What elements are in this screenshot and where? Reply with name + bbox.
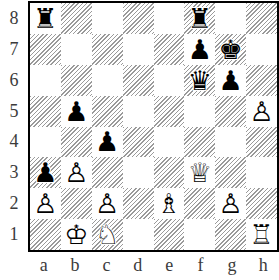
square-h8[interactable]	[246, 3, 277, 34]
square-c1[interactable]: ♞♘	[92, 219, 123, 250]
white-piece-outline-glyph: ♘	[92, 219, 123, 250]
square-e5[interactable]	[154, 96, 185, 127]
square-h7[interactable]	[246, 34, 277, 65]
white-piece-outline-glyph: ♖	[246, 219, 277, 250]
black-pawn-g6[interactable]: ♟	[215, 65, 246, 96]
square-e1[interactable]	[154, 219, 185, 250]
white-piece-outline-glyph: ♗	[154, 188, 185, 219]
square-e8[interactable]	[154, 3, 185, 34]
square-f2[interactable]	[184, 188, 215, 219]
square-a1[interactable]	[30, 219, 61, 250]
chess-diagram: 87654321 ♜♜♟♚♛♟♟♟♙♟♟♟♙♛♕♟♙♟♙♝♗♟♙♚♔♞♘♜♖ a…	[0, 0, 279, 280]
square-e3[interactable]	[154, 157, 185, 188]
rank-label-7: 7	[0, 34, 28, 65]
rank-label-3: 3	[0, 157, 28, 188]
white-piece-outline-glyph: ♙	[92, 188, 123, 219]
black-rook-f8[interactable]: ♜	[184, 3, 215, 34]
white-pawn-c2[interactable]: ♟♙	[92, 188, 123, 219]
square-e6[interactable]	[154, 65, 185, 96]
white-piece-outline-glyph: ♙	[61, 157, 92, 188]
square-d1[interactable]	[123, 219, 154, 250]
square-f7[interactable]: ♟	[184, 34, 215, 65]
square-d2[interactable]	[123, 188, 154, 219]
square-h5[interactable]: ♟♙	[246, 96, 277, 127]
white-pawn-b3[interactable]: ♟♙	[61, 157, 92, 188]
square-a4[interactable]	[30, 127, 61, 158]
square-a5[interactable]	[30, 96, 61, 127]
white-piece-outline-glyph: ♙	[215, 188, 246, 219]
square-g2[interactable]: ♟♙	[215, 188, 246, 219]
square-d6[interactable]	[123, 65, 154, 96]
white-king-b1[interactable]: ♚♔	[61, 219, 92, 250]
chess-board: ♜♜♟♚♛♟♟♟♙♟♟♟♙♛♕♟♙♟♙♝♗♟♙♚♔♞♘♜♖	[28, 1, 279, 252]
square-g6[interactable]: ♟	[215, 65, 246, 96]
square-g4[interactable]	[215, 127, 246, 158]
square-g3[interactable]	[215, 157, 246, 188]
board-and-rank-labels: 87654321 ♜♜♟♚♛♟♟♟♙♟♟♟♙♛♕♟♙♟♙♝♗♟♙♚♔♞♘♜♖	[0, 0, 279, 252]
square-d4[interactable]	[123, 127, 154, 158]
black-pawn-f7[interactable]: ♟	[184, 34, 215, 65]
black-pawn-c4[interactable]: ♟	[92, 127, 123, 158]
file-label-f: f	[185, 252, 216, 279]
square-b6[interactable]	[61, 65, 92, 96]
square-c4[interactable]: ♟	[92, 127, 123, 158]
square-e2[interactable]: ♝♗	[154, 188, 185, 219]
file-label-h: h	[248, 252, 279, 279]
square-b7[interactable]	[61, 34, 92, 65]
rank-label-1: 1	[0, 219, 28, 250]
square-b1[interactable]: ♚♔	[61, 219, 92, 250]
square-f8[interactable]: ♜	[184, 3, 215, 34]
rank-label-6: 6	[0, 65, 28, 96]
square-a7[interactable]	[30, 34, 61, 65]
file-label-e: e	[154, 252, 185, 279]
square-c8[interactable]	[92, 3, 123, 34]
file-label-a: a	[28, 252, 59, 279]
white-pawn-a2[interactable]: ♟♙	[30, 188, 61, 219]
file-label-d: d	[122, 252, 153, 279]
square-g5[interactable]	[215, 96, 246, 127]
square-c2[interactable]: ♟♙	[92, 188, 123, 219]
white-piece-outline-glyph: ♔	[61, 219, 92, 250]
black-king-g7[interactable]: ♚	[215, 34, 246, 65]
square-b3[interactable]: ♟♙	[61, 157, 92, 188]
square-b5[interactable]: ♟	[61, 96, 92, 127]
rank-label-8: 8	[0, 3, 28, 34]
square-b2[interactable]	[61, 188, 92, 219]
square-a3[interactable]: ♟	[30, 157, 61, 188]
rank-label-5: 5	[0, 96, 28, 127]
rank-label-2: 2	[0, 188, 28, 219]
square-f3[interactable]: ♛♕	[184, 157, 215, 188]
square-b4[interactable]	[61, 127, 92, 158]
square-c6[interactable]	[92, 65, 123, 96]
white-piece-outline-glyph: ♙	[30, 188, 61, 219]
white-bishop-e2[interactable]: ♝♗	[154, 188, 185, 219]
square-g7[interactable]: ♚	[215, 34, 246, 65]
square-h6[interactable]	[246, 65, 277, 96]
square-c5[interactable]	[92, 96, 123, 127]
square-d8[interactable]	[123, 3, 154, 34]
square-e4[interactable]	[154, 127, 185, 158]
white-pawn-h5[interactable]: ♟♙	[246, 96, 277, 127]
white-piece-outline-glyph: ♙	[246, 96, 277, 127]
square-f6[interactable]: ♛	[184, 65, 215, 96]
square-f1[interactable]	[184, 219, 215, 250]
file-label-c: c	[91, 252, 122, 279]
square-d5[interactable]	[123, 96, 154, 127]
white-pawn-g2[interactable]: ♟♙	[215, 188, 246, 219]
square-f5[interactable]	[184, 96, 215, 127]
square-d3[interactable]	[123, 157, 154, 188]
white-piece-outline-glyph: ♕	[184, 157, 215, 188]
white-rook-h1[interactable]: ♜♖	[246, 219, 277, 250]
white-queen-f3[interactable]: ♛♕	[184, 157, 215, 188]
square-g1[interactable]	[215, 219, 246, 250]
square-c7[interactable]	[92, 34, 123, 65]
file-labels: abcdefgh	[28, 252, 279, 279]
black-pawn-a3[interactable]: ♟	[30, 157, 61, 188]
square-c3[interactable]	[92, 157, 123, 188]
square-f4[interactable]	[184, 127, 215, 158]
rank-labels: 87654321	[0, 1, 28, 250]
black-rook-a8[interactable]: ♜	[30, 3, 61, 34]
square-h3[interactable]	[246, 157, 277, 188]
white-knight-c1[interactable]: ♞♘	[92, 219, 123, 250]
square-e7[interactable]	[154, 34, 185, 65]
square-a6[interactable]	[30, 65, 61, 96]
square-a2[interactable]: ♟♙	[30, 188, 61, 219]
square-a8[interactable]: ♜	[30, 3, 61, 34]
square-h1[interactable]: ♜♖	[246, 219, 277, 250]
square-b8[interactable]	[61, 3, 92, 34]
square-d7[interactable]	[123, 34, 154, 65]
square-h2[interactable]	[246, 188, 277, 219]
square-g8[interactable]	[215, 3, 246, 34]
square-h4[interactable]	[246, 127, 277, 158]
file-label-g: g	[216, 252, 247, 279]
black-queen-f6[interactable]: ♛	[184, 65, 215, 96]
rank-label-4: 4	[0, 127, 28, 158]
file-label-b: b	[59, 252, 90, 279]
black-pawn-b5[interactable]: ♟	[61, 96, 92, 127]
